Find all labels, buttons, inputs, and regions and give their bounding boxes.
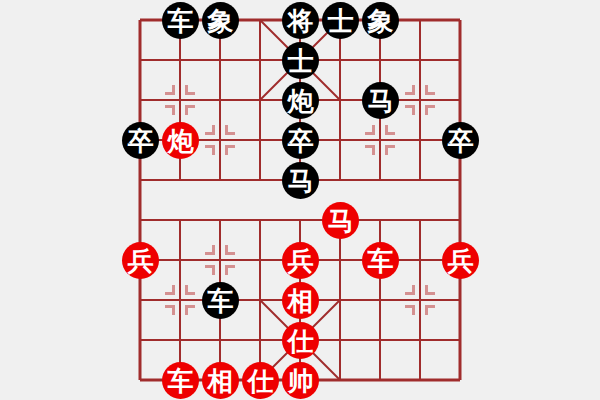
piece-black-soldier[interactable]: 卒	[282, 122, 319, 159]
piece-black-elephant[interactable]: 象	[362, 2, 399, 39]
pieces-layer: 车象将士象士炮马卒炮卒卒马马兵兵车兵车相仕车相仕帅	[0, 0, 600, 400]
piece-black-horse[interactable]: 马	[282, 162, 319, 199]
piece-red-horse[interactable]: 马	[322, 202, 359, 239]
piece-red-elephant[interactable]: 相	[202, 362, 239, 399]
piece-black-soldier[interactable]: 卒	[122, 122, 159, 159]
piece-black-horse[interactable]: 马	[362, 82, 399, 119]
piece-black-cannon[interactable]: 炮	[282, 82, 319, 119]
piece-red-general[interactable]: 帅	[282, 362, 319, 399]
piece-red-chariot[interactable]: 车	[362, 242, 399, 279]
piece-black-soldier[interactable]: 卒	[442, 122, 479, 159]
piece-red-chariot[interactable]: 车	[162, 362, 199, 399]
piece-red-cannon[interactable]: 炮	[162, 122, 199, 159]
piece-red-elephant[interactable]: 相	[282, 282, 319, 319]
xiangqi-app: 车象将士象士炮马卒炮卒卒马马兵兵车兵车相仕车相仕帅	[0, 0, 600, 400]
piece-red-soldier[interactable]: 兵	[282, 242, 319, 279]
piece-black-chariot[interactable]: 车	[202, 282, 239, 319]
piece-red-soldier[interactable]: 兵	[122, 242, 159, 279]
piece-black-advisor[interactable]: 士	[282, 42, 319, 79]
piece-red-advisor[interactable]: 仕	[282, 322, 319, 359]
piece-red-advisor[interactable]: 仕	[242, 362, 279, 399]
piece-black-advisor[interactable]: 士	[322, 2, 359, 39]
piece-black-general[interactable]: 将	[282, 2, 319, 39]
piece-black-chariot[interactable]: 车	[162, 2, 199, 39]
piece-black-elephant[interactable]: 象	[202, 2, 239, 39]
piece-red-soldier[interactable]: 兵	[442, 242, 479, 279]
